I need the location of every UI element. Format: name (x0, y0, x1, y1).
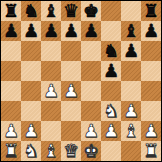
piece-white-pawn[interactable]: ♟ (101, 121, 121, 141)
square-e8[interactable]: ♚ (81, 1, 101, 21)
square-h8[interactable]: ♜ (141, 1, 161, 21)
square-b6[interactable] (21, 41, 41, 61)
piece-black-rook[interactable]: ♜ (141, 1, 161, 21)
square-b7[interactable]: ♟ (21, 21, 41, 41)
square-g2[interactable]: ♝ (121, 121, 141, 141)
chess-board-wrapper: ♜♞♝♛♚♜♟♟♟♟♟♝♟♞♟♟♟♟♞♟♟♟♟♟♝♟♜♞♝♛♚♜ (0, 0, 162, 162)
piece-white-rook[interactable]: ♜ (141, 141, 161, 161)
piece-white-pawn[interactable]: ♟ (21, 121, 41, 141)
square-d7[interactable]: ♟ (61, 21, 81, 41)
square-g5[interactable] (121, 61, 141, 81)
piece-white-pawn[interactable]: ♟ (81, 121, 101, 141)
square-f7[interactable] (101, 21, 121, 41)
square-e1[interactable]: ♚ (81, 141, 101, 161)
square-h3[interactable] (141, 101, 161, 121)
square-c4[interactable]: ♟ (41, 81, 61, 101)
piece-black-queen[interactable]: ♛ (61, 1, 81, 21)
piece-white-pawn[interactable]: ♟ (121, 101, 141, 121)
square-d1[interactable]: ♛ (61, 141, 81, 161)
square-h6[interactable] (141, 41, 161, 61)
square-f2[interactable]: ♟ (101, 121, 121, 141)
piece-black-king[interactable]: ♚ (81, 1, 101, 21)
square-h4[interactable] (141, 81, 161, 101)
square-e7[interactable]: ♟ (81, 21, 101, 41)
square-d4[interactable]: ♟ (61, 81, 81, 101)
square-b4[interactable] (21, 81, 41, 101)
chess-board: ♜♞♝♛♚♜♟♟♟♟♟♝♟♞♟♟♟♟♞♟♟♟♟♟♝♟♜♞♝♛♚♜ (0, 0, 162, 162)
piece-black-pawn[interactable]: ♟ (141, 21, 161, 41)
piece-black-pawn[interactable]: ♟ (81, 21, 101, 41)
square-a7[interactable]: ♟ (1, 21, 21, 41)
square-a5[interactable] (1, 61, 21, 81)
square-b3[interactable] (21, 101, 41, 121)
square-g3[interactable]: ♟ (121, 101, 141, 121)
square-g4[interactable] (121, 81, 141, 101)
piece-black-pawn[interactable]: ♟ (41, 21, 61, 41)
square-d3[interactable] (61, 101, 81, 121)
square-e6[interactable] (81, 41, 101, 61)
square-a4[interactable] (1, 81, 21, 101)
square-c8[interactable]: ♝ (41, 1, 61, 21)
square-f3[interactable]: ♞ (101, 101, 121, 121)
square-g8[interactable] (121, 1, 141, 21)
square-f6[interactable]: ♞ (101, 41, 121, 61)
piece-white-knight[interactable]: ♞ (101, 101, 121, 121)
square-c5[interactable] (41, 61, 61, 81)
square-g6[interactable]: ♟ (121, 41, 141, 61)
piece-white-pawn[interactable]: ♟ (141, 121, 161, 141)
square-c3[interactable] (41, 101, 61, 121)
square-f1[interactable] (101, 141, 121, 161)
square-e5[interactable] (81, 61, 101, 81)
square-a2[interactable]: ♟ (1, 121, 21, 141)
square-a1[interactable]: ♜ (1, 141, 21, 161)
piece-white-bishop[interactable]: ♝ (121, 121, 141, 141)
piece-black-pawn[interactable]: ♟ (1, 21, 21, 41)
square-h1[interactable]: ♜ (141, 141, 161, 161)
square-c6[interactable] (41, 41, 61, 61)
piece-black-knight[interactable]: ♞ (101, 41, 121, 61)
piece-white-pawn[interactable]: ♟ (61, 81, 81, 101)
square-g1[interactable] (121, 141, 141, 161)
square-d5[interactable] (61, 61, 81, 81)
piece-white-pawn[interactable]: ♟ (1, 121, 21, 141)
piece-black-pawn[interactable]: ♟ (21, 21, 41, 41)
piece-black-pawn[interactable]: ♟ (61, 21, 81, 41)
piece-black-pawn[interactable]: ♟ (121, 41, 141, 61)
piece-black-rook[interactable]: ♜ (1, 1, 21, 21)
square-b8[interactable]: ♞ (21, 1, 41, 21)
square-e4[interactable] (81, 81, 101, 101)
square-f4[interactable] (101, 81, 121, 101)
square-d6[interactable] (61, 41, 81, 61)
square-g7[interactable]: ♝ (121, 21, 141, 41)
square-h7[interactable]: ♟ (141, 21, 161, 41)
square-h5[interactable] (141, 61, 161, 81)
square-a6[interactable] (1, 41, 21, 61)
square-e2[interactable]: ♟ (81, 121, 101, 141)
square-a8[interactable]: ♜ (1, 1, 21, 21)
square-c1[interactable]: ♝ (41, 141, 61, 161)
square-c7[interactable]: ♟ (41, 21, 61, 41)
piece-white-rook[interactable]: ♜ (1, 141, 21, 161)
square-d8[interactable]: ♛ (61, 1, 81, 21)
piece-black-bishop[interactable]: ♝ (121, 21, 141, 41)
square-d2[interactable] (61, 121, 81, 141)
square-b2[interactable]: ♟ (21, 121, 41, 141)
square-f8[interactable] (101, 1, 121, 21)
piece-white-knight[interactable]: ♞ (21, 141, 41, 161)
square-e3[interactable] (81, 101, 101, 121)
piece-white-pawn[interactable]: ♟ (41, 81, 61, 101)
piece-white-bishop[interactable]: ♝ (41, 141, 61, 161)
square-b5[interactable] (21, 61, 41, 81)
square-c2[interactable] (41, 121, 61, 141)
piece-white-queen[interactable]: ♛ (61, 141, 81, 161)
piece-white-king[interactable]: ♚ (81, 141, 101, 161)
piece-black-bishop[interactable]: ♝ (41, 1, 61, 21)
piece-black-knight[interactable]: ♞ (21, 1, 41, 21)
square-f5[interactable]: ♟ (101, 61, 121, 81)
square-h2[interactable]: ♟ (141, 121, 161, 141)
square-b1[interactable]: ♞ (21, 141, 41, 161)
square-a3[interactable] (1, 101, 21, 121)
piece-black-pawn[interactable]: ♟ (101, 61, 121, 81)
